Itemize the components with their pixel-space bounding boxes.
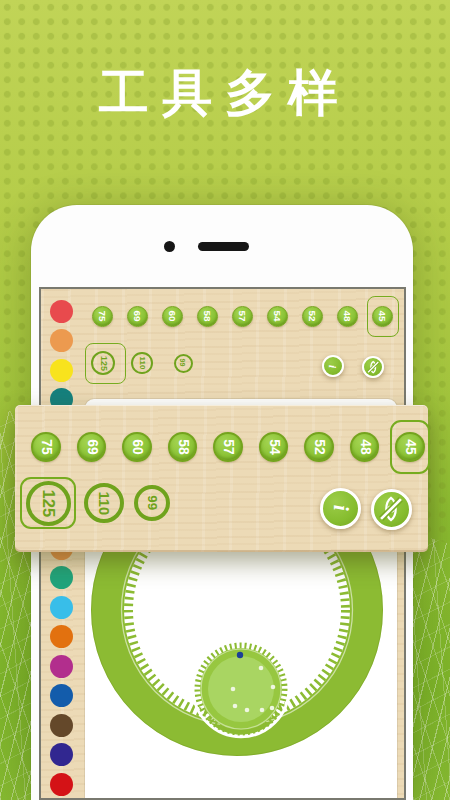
gear-number: 54: [273, 311, 283, 322]
gear-number: 110: [97, 491, 112, 515]
info-icon: i: [329, 505, 351, 511]
gear-number: 69: [132, 311, 142, 322]
gear-number: 52: [308, 311, 318, 322]
gear-toolbar-small: 75696058575452484512511099i: [41, 289, 406, 399]
ring-gear-button-45[interactable]: 45: [372, 306, 393, 327]
ring-gear-button-48[interactable]: 48: [337, 306, 358, 327]
ring-gear-button-69[interactable]: 69: [77, 432, 107, 462]
hide-toolbar-button[interactable]: [362, 356, 384, 378]
gear-number: 58: [202, 311, 212, 322]
info-icon: i: [327, 365, 338, 368]
gear-number: 60: [167, 311, 177, 322]
gear-number: 54: [267, 439, 281, 454]
wheel-gear-button-125[interactable]: 125: [26, 481, 71, 526]
gear-number: 110: [138, 357, 146, 370]
ring-gear-button-52[interactable]: 52: [304, 432, 334, 462]
ring-gear-button-75[interactable]: 75: [31, 432, 61, 462]
palette-color-orange[interactable]: [50, 625, 73, 648]
palette-color-yellow[interactable]: [50, 359, 73, 382]
palette-color-emerald[interactable]: [50, 566, 73, 589]
ring-gear-button-57[interactable]: 57: [213, 432, 243, 462]
gear-number: 45: [378, 311, 388, 322]
hide-toolbar-button[interactable]: [371, 489, 412, 530]
info-button[interactable]: i: [322, 355, 344, 377]
gear-number: 58: [176, 439, 190, 454]
gear-number: 57: [221, 439, 235, 454]
page-title: 工具多样: [0, 60, 450, 127]
ring-gear-button-69[interactable]: 69: [127, 306, 148, 327]
ring-gear-button-45[interactable]: 45: [395, 432, 425, 462]
gear-number: 125: [40, 489, 57, 517]
camera-dot-icon: [164, 241, 175, 252]
info-button[interactable]: i: [320, 488, 361, 529]
gear-number: 99: [179, 359, 186, 367]
ring-gear-button-52[interactable]: 52: [302, 306, 323, 327]
toolbar-magnified-callout: 75696058575452484512511099i: [15, 405, 428, 552]
gear-number: 52: [312, 439, 326, 454]
wheel-gear-button-110[interactable]: 110: [131, 352, 153, 374]
wheel-gear-button-99[interactable]: 99: [134, 485, 170, 521]
ring-gear-button-58[interactable]: 58: [197, 306, 218, 327]
gear-number: 48: [343, 311, 353, 322]
gear-toolbar-large: 75696058575452484512511099i: [15, 405, 428, 552]
palette-color-red[interactable]: [50, 773, 73, 796]
gear-number: 60: [130, 439, 144, 454]
ring-gear-button-57[interactable]: 57: [232, 306, 253, 327]
palette-color-blue[interactable]: [50, 684, 73, 707]
gear-number: 99: [145, 496, 158, 511]
ring-gear-button-58[interactable]: 58: [168, 432, 198, 462]
ring-gear-button-75[interactable]: 75: [92, 306, 113, 327]
ring-gear-button-54[interactable]: 54: [267, 306, 288, 327]
palette-color-navy[interactable]: [50, 743, 73, 766]
eye-slash-icon: [377, 495, 405, 523]
speaker-bar-icon: [198, 242, 249, 251]
ring-gear-button-60[interactable]: 60: [122, 432, 152, 462]
gear-number: 125: [99, 356, 108, 371]
ring-gear-button-48[interactable]: 48: [350, 432, 380, 462]
wheel-gear-button-110[interactable]: 110: [84, 483, 124, 523]
gear-number: 57: [237, 311, 247, 322]
palette-color-brown[interactable]: [50, 714, 73, 737]
ring-gear-button-54[interactable]: 54: [259, 432, 289, 462]
pen-dot: [237, 652, 243, 658]
gear-number: 45: [403, 439, 417, 454]
palette-color-light-orange[interactable]: [50, 329, 73, 352]
wheel-gear-button-125[interactable]: 125: [91, 351, 115, 375]
palette-color-cyan[interactable]: [50, 596, 73, 619]
eye-slash-icon: [366, 360, 380, 374]
palette-color-magenta[interactable]: [50, 655, 73, 678]
gear-number: 69: [85, 439, 99, 454]
gear-number: 75: [39, 439, 53, 454]
gear-number: 48: [358, 439, 372, 454]
gear-number: 75: [97, 311, 107, 322]
wheel-gear-button-99[interactable]: 99: [174, 354, 193, 373]
palette-color-red[interactable]: [50, 300, 73, 323]
ring-gear-button-60[interactable]: 60: [162, 306, 183, 327]
